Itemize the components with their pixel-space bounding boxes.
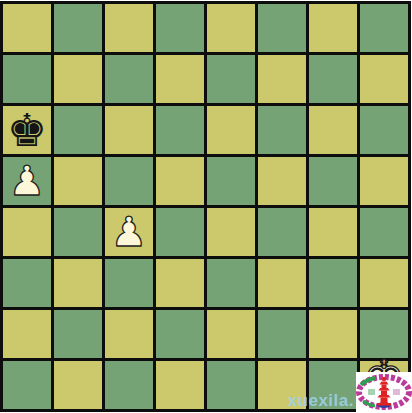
square-d8[interactable] <box>156 4 204 52</box>
square-f5[interactable] <box>258 157 306 205</box>
square-a5[interactable]: ♟ <box>3 157 51 205</box>
square-c5[interactable] <box>105 157 153 205</box>
square-f2[interactable] <box>258 310 306 358</box>
square-h8[interactable] <box>360 4 408 52</box>
square-e6[interactable] <box>207 106 255 154</box>
square-b6[interactable] <box>54 106 102 154</box>
square-d1[interactable] <box>156 361 204 409</box>
square-e8[interactable] <box>207 4 255 52</box>
square-h3[interactable] <box>360 259 408 307</box>
square-f4[interactable] <box>258 208 306 256</box>
square-a8[interactable] <box>3 4 51 52</box>
square-e5[interactable] <box>207 157 255 205</box>
chess-board: ♚♟♟♚ <box>0 1 411 412</box>
square-g5[interactable] <box>309 157 357 205</box>
square-c1[interactable] <box>105 361 153 409</box>
square-c2[interactable] <box>105 310 153 358</box>
square-d7[interactable] <box>156 55 204 103</box>
square-e1[interactable] <box>207 361 255 409</box>
square-a7[interactable] <box>3 55 51 103</box>
square-a3[interactable] <box>3 259 51 307</box>
black-king[interactable]: ♚ <box>7 108 47 153</box>
square-h4[interactable] <box>360 208 408 256</box>
screenshot-root: ♚♟♟♚ xuexila. <box>0 0 412 413</box>
xuexila-logo-graphic <box>356 372 412 413</box>
white-pawn-c4[interactable]: ♟ <box>111 212 148 253</box>
square-b2[interactable] <box>54 310 102 358</box>
square-e4[interactable] <box>207 208 255 256</box>
square-c3[interactable] <box>105 259 153 307</box>
square-g7[interactable] <box>309 55 357 103</box>
square-b5[interactable] <box>54 157 102 205</box>
square-g6[interactable] <box>309 106 357 154</box>
square-c4[interactable]: ♟ <box>105 208 153 256</box>
square-f3[interactable] <box>258 259 306 307</box>
square-f8[interactable] <box>258 4 306 52</box>
logo-right-character <box>393 389 400 395</box>
logo-left-character <box>368 389 375 395</box>
square-d2[interactable] <box>156 310 204 358</box>
square-c6[interactable] <box>105 106 153 154</box>
square-b1[interactable] <box>54 361 102 409</box>
square-c8[interactable] <box>105 4 153 52</box>
square-g2[interactable] <box>309 310 357 358</box>
watermark-text: xuexila. <box>288 391 354 411</box>
square-h6[interactable] <box>360 106 408 154</box>
square-d4[interactable] <box>156 208 204 256</box>
square-e3[interactable] <box>207 259 255 307</box>
square-d6[interactable] <box>156 106 204 154</box>
square-b4[interactable] <box>54 208 102 256</box>
square-d5[interactable] <box>156 157 204 205</box>
square-a6[interactable]: ♚ <box>3 106 51 154</box>
white-pawn-a5[interactable]: ♟ <box>9 161 46 202</box>
square-g4[interactable] <box>309 208 357 256</box>
square-h5[interactable] <box>360 157 408 205</box>
square-f6[interactable] <box>258 106 306 154</box>
square-b7[interactable] <box>54 55 102 103</box>
square-c7[interactable] <box>105 55 153 103</box>
xuexila-logo <box>356 372 412 413</box>
square-b3[interactable] <box>54 259 102 307</box>
square-e2[interactable] <box>207 310 255 358</box>
square-b8[interactable] <box>54 4 102 52</box>
square-a2[interactable] <box>3 310 51 358</box>
square-g8[interactable] <box>309 4 357 52</box>
square-f7[interactable] <box>258 55 306 103</box>
square-e7[interactable] <box>207 55 255 103</box>
square-a4[interactable] <box>3 208 51 256</box>
square-g3[interactable] <box>309 259 357 307</box>
square-a1[interactable] <box>3 361 51 409</box>
square-h7[interactable] <box>360 55 408 103</box>
square-d3[interactable] <box>156 259 204 307</box>
